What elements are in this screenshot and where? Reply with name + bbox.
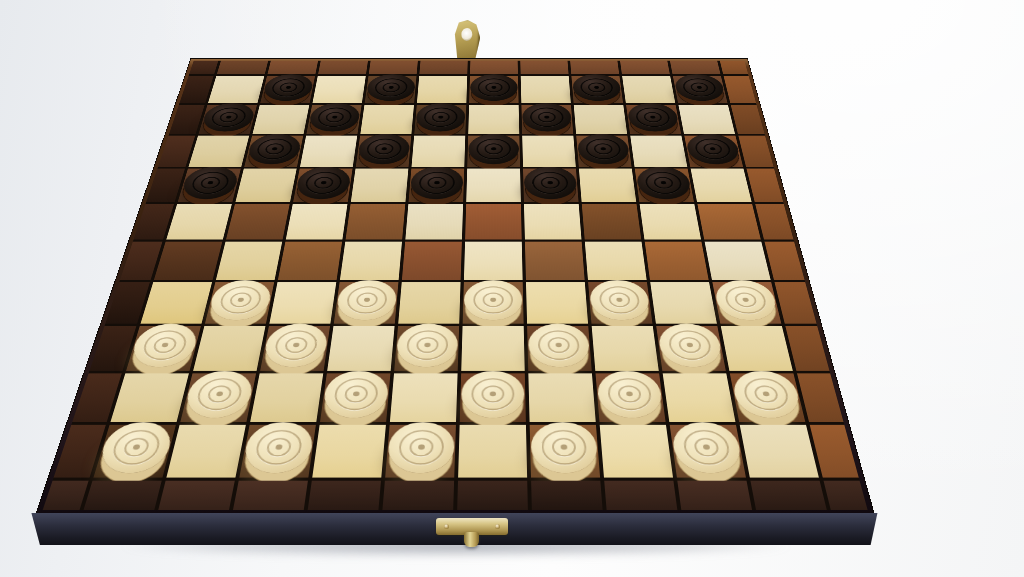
square-48[interactable] — [385, 425, 456, 478]
light-square — [630, 136, 687, 167]
dark-piece[interactable] — [524, 167, 577, 199]
light-square — [678, 105, 735, 134]
light-square — [691, 169, 752, 202]
frame-cell — [43, 481, 89, 510]
board-grid — [43, 61, 868, 510]
frame-cell — [731, 105, 765, 134]
light-piece[interactable] — [387, 422, 455, 472]
dark-piece[interactable] — [308, 103, 361, 131]
frame-cell — [755, 204, 793, 240]
light-square — [252, 105, 309, 134]
square-7[interactable] — [306, 105, 361, 134]
light-square — [458, 425, 527, 478]
light-square — [412, 136, 466, 167]
frame-cell — [217, 61, 268, 75]
dark-piece[interactable] — [685, 134, 741, 164]
frame-cell — [189, 61, 218, 75]
square-23[interactable] — [465, 204, 522, 240]
light-square — [521, 76, 571, 103]
hinge-screw — [444, 524, 449, 529]
light-square — [600, 425, 673, 478]
square-50[interactable] — [670, 425, 746, 478]
frame-cell — [724, 76, 756, 103]
dark-piece[interactable] — [468, 134, 519, 164]
dark-piece[interactable] — [416, 103, 466, 131]
frame-cell — [158, 481, 235, 510]
light-square — [193, 326, 265, 371]
square-27[interactable] — [278, 242, 342, 280]
frame-cell — [750, 481, 826, 510]
dark-piece[interactable] — [674, 74, 726, 100]
light-square — [705, 242, 771, 280]
light-piece[interactable] — [129, 324, 201, 367]
square-28[interactable] — [402, 242, 462, 280]
light-piece[interactable] — [242, 422, 315, 472]
frame-cell — [620, 61, 670, 75]
square-38[interactable] — [394, 326, 459, 371]
square-19[interactable] — [523, 169, 578, 202]
light-square — [740, 425, 819, 478]
frame-cell — [738, 136, 773, 167]
square-47[interactable] — [239, 425, 316, 478]
dark-piece[interactable] — [366, 74, 416, 100]
square-30[interactable] — [645, 242, 709, 280]
light-square — [390, 373, 458, 422]
square-10[interactable] — [626, 105, 681, 134]
square-26[interactable] — [154, 242, 222, 280]
light-square — [166, 204, 232, 240]
frame-cell — [824, 481, 868, 510]
light-piece[interactable] — [597, 371, 664, 417]
light-square — [166, 425, 246, 478]
square-25[interactable] — [697, 204, 760, 240]
dark-piece[interactable] — [357, 134, 410, 164]
square-4[interactable] — [571, 76, 623, 103]
square-8[interactable] — [414, 105, 466, 134]
frame-cell — [318, 61, 368, 75]
light-piece[interactable] — [589, 280, 651, 320]
square-9[interactable] — [521, 105, 573, 134]
light-square — [188, 136, 249, 167]
square-12[interactable] — [356, 136, 412, 167]
light-piece[interactable] — [207, 280, 273, 320]
light-square — [526, 282, 588, 323]
dark-piece[interactable] — [470, 74, 517, 100]
frame-cell — [267, 61, 318, 75]
light-square — [327, 326, 394, 371]
light-square — [468, 105, 519, 134]
square-32[interactable] — [334, 282, 399, 323]
light-piece[interactable] — [671, 422, 744, 472]
light-square — [528, 373, 595, 422]
brass-hinge-icon — [436, 518, 508, 535]
dark-piece[interactable] — [577, 134, 630, 164]
square-16[interactable] — [178, 169, 241, 202]
light-square — [579, 169, 636, 202]
square-35[interactable] — [712, 282, 781, 323]
brass-hasp-icon — [453, 19, 482, 61]
light-piece[interactable] — [183, 371, 256, 417]
light-square — [640, 204, 701, 240]
light-square — [574, 105, 627, 134]
square-43[interactable] — [460, 373, 526, 422]
hinge-pin — [464, 532, 479, 547]
frame-cell — [369, 61, 418, 75]
hinge-screw — [495, 524, 500, 529]
light-square — [360, 105, 414, 134]
dark-piece[interactable] — [410, 167, 463, 199]
light-square — [650, 282, 717, 323]
light-square — [522, 136, 576, 167]
square-20[interactable] — [635, 169, 694, 202]
light-piece[interactable] — [461, 371, 524, 417]
light-piece[interactable] — [336, 280, 398, 320]
light-piece[interactable] — [464, 280, 522, 320]
dark-piece[interactable] — [295, 167, 352, 199]
light-square — [466, 169, 521, 202]
light-piece[interactable] — [262, 324, 329, 367]
frame-cell — [531, 481, 603, 510]
light-square — [524, 204, 582, 240]
product-photo-scene — [0, 0, 1024, 577]
square-11[interactable] — [244, 136, 303, 167]
light-square — [592, 326, 659, 371]
light-square — [216, 242, 282, 280]
light-square — [721, 326, 793, 371]
square-33[interactable] — [463, 282, 524, 323]
light-piece[interactable] — [713, 280, 779, 320]
square-46[interactable] — [93, 425, 175, 478]
dark-piece[interactable] — [246, 134, 302, 164]
frame-cell — [797, 373, 843, 422]
light-square — [622, 76, 675, 103]
frame-cell — [746, 169, 783, 202]
light-square — [585, 242, 647, 280]
square-42[interactable] — [320, 373, 390, 422]
light-square — [351, 169, 409, 202]
square-49[interactable] — [530, 425, 600, 478]
frame-cell — [720, 61, 748, 75]
square-2[interactable] — [365, 76, 417, 103]
light-piece[interactable] — [322, 371, 389, 417]
square-21[interactable] — [226, 204, 290, 240]
light-square — [312, 425, 386, 478]
light-square — [464, 242, 523, 280]
light-square — [208, 76, 264, 103]
frame-cell — [775, 282, 817, 323]
light-square — [235, 169, 296, 202]
square-34[interactable] — [588, 282, 652, 323]
dark-piece[interactable] — [180, 167, 240, 199]
square-37[interactable] — [260, 326, 330, 371]
light-square — [340, 242, 402, 280]
frame-cell — [765, 242, 805, 280]
light-piece[interactable] — [731, 371, 803, 417]
frame-cell — [83, 481, 161, 510]
frame-cell — [670, 61, 721, 75]
square-6[interactable] — [199, 105, 257, 134]
square-17[interactable] — [293, 169, 352, 202]
square-13[interactable] — [467, 136, 520, 167]
frame-cell — [520, 61, 568, 75]
dark-piece[interactable] — [522, 103, 572, 131]
square-40[interactable] — [656, 326, 726, 371]
square-3[interactable] — [469, 76, 518, 103]
frame-cell — [604, 481, 677, 510]
square-24[interactable] — [582, 204, 641, 240]
dark-piece[interactable] — [262, 74, 315, 100]
square-15[interactable] — [684, 136, 743, 167]
frame-cell — [308, 481, 381, 510]
square-41[interactable] — [180, 373, 256, 422]
frame-cell — [419, 61, 467, 75]
light-piece[interactable] — [657, 324, 724, 367]
square-14[interactable] — [576, 136, 631, 167]
light-square — [312, 76, 365, 103]
light-square — [398, 282, 460, 323]
light-square — [300, 136, 357, 167]
light-square — [110, 373, 188, 422]
light-square — [663, 373, 736, 422]
light-square — [269, 282, 336, 323]
square-18[interactable] — [409, 169, 465, 202]
draughts-board — [35, 58, 875, 515]
frame-cell — [457, 481, 528, 510]
frame-cell — [382, 481, 454, 510]
dark-piece[interactable] — [636, 167, 693, 199]
dark-piece[interactable] — [200, 103, 256, 131]
light-square — [405, 204, 463, 240]
frame-cell — [570, 61, 619, 75]
frame-cell — [677, 481, 752, 510]
light-square — [140, 282, 211, 323]
square-45[interactable] — [730, 373, 805, 422]
square-22[interactable] — [346, 204, 406, 240]
light-square — [417, 76, 467, 103]
frame-cell — [233, 481, 308, 510]
light-piece[interactable] — [528, 324, 590, 367]
square-44[interactable] — [596, 373, 666, 422]
square-36[interactable] — [126, 326, 201, 371]
light-square — [286, 204, 348, 240]
frame-cell — [785, 326, 829, 371]
square-1[interactable] — [260, 76, 315, 103]
light-piece[interactable] — [96, 422, 175, 472]
dark-piece[interactable] — [627, 103, 680, 131]
frame-cell — [470, 61, 518, 75]
light-piece[interactable] — [531, 422, 598, 472]
dark-piece[interactable] — [572, 74, 622, 100]
square-31[interactable] — [205, 282, 274, 323]
light-square — [250, 373, 323, 422]
board-outer-rim — [35, 58, 875, 515]
square-29[interactable] — [525, 242, 585, 280]
light-square — [461, 326, 524, 371]
light-piece[interactable] — [396, 324, 458, 367]
square-5[interactable] — [673, 76, 728, 103]
square-39[interactable] — [527, 326, 592, 371]
hasp-hole — [461, 28, 473, 42]
